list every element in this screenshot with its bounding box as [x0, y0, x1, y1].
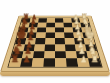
square — [34, 44, 45, 51]
square — [44, 51, 55, 58]
square — [55, 51, 66, 58]
chess-board: ♜♟♟♜♞♟♟♞♝♟♟♝♛♟♟♛♚♟♟♚♝♟♟♝♞♟♟♞♜♟♟♜ — [0, 16, 110, 72]
square — [33, 51, 45, 58]
square — [66, 58, 78, 66]
square — [55, 44, 65, 51]
chess-set-photo: ♜♟♟♜♞♟♟♞♝♟♟♝♛♟♟♛♚♟♟♚♝♟♟♝♞♟♟♞♜♟♟♜ — [0, 0, 110, 83]
square: ♜ — [88, 58, 101, 66]
white-pawn-piece: ♟ — [78, 54, 89, 63]
square — [55, 58, 67, 66]
black-rook-piece: ♜ — [9, 53, 20, 63]
black-pawn-piece: ♟ — [21, 54, 32, 63]
square: ♟ — [77, 58, 90, 66]
square — [32, 58, 44, 66]
square — [45, 44, 55, 51]
board-grid: ♜♟♟♜♞♟♟♞♝♟♟♝♛♟♟♛♚♟♟♚♝♟♟♝♞♟♟♞♜♟♟♜ — [7, 18, 102, 68]
square — [43, 58, 55, 66]
white-rook-piece: ♜ — [89, 53, 100, 63]
